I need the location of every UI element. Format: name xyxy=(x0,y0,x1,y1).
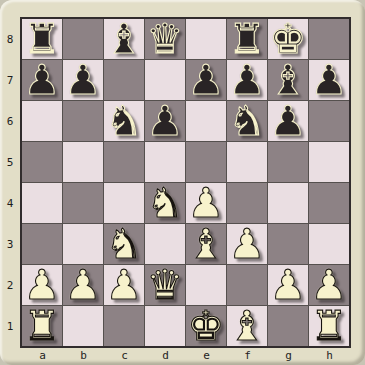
square-h8[interactable] xyxy=(309,19,349,59)
square-g1[interactable] xyxy=(268,306,308,346)
black-pawn-d6[interactable]: ♟ xyxy=(145,101,185,141)
black-knight-f6[interactable]: ♞ xyxy=(227,101,267,141)
rank-label-1: 1 xyxy=(0,306,20,347)
white-rook-h1[interactable]: ♜ xyxy=(309,306,349,346)
square-c3[interactable]: ♞ xyxy=(104,224,144,264)
file-label-d: d xyxy=(145,349,186,362)
square-a5[interactable] xyxy=(22,142,62,182)
rank-label-4: 4 xyxy=(0,183,20,224)
file-label-c: c xyxy=(104,349,145,362)
square-g4[interactable] xyxy=(268,183,308,223)
white-knight-d4[interactable]: ♞ xyxy=(145,183,185,223)
square-e8[interactable] xyxy=(186,19,226,59)
white-pawn-h2[interactable]: ♟ xyxy=(309,265,349,305)
square-f2[interactable] xyxy=(227,265,267,305)
white-pawn-f3[interactable]: ♟ xyxy=(227,224,267,264)
square-e3[interactable]: ♝ xyxy=(186,224,226,264)
square-c6[interactable]: ♞ xyxy=(104,101,144,141)
white-pawn-c2[interactable]: ♟ xyxy=(104,265,144,305)
square-d5[interactable] xyxy=(145,142,185,182)
square-a6[interactable] xyxy=(22,101,62,141)
black-pawn-f7[interactable]: ♟ xyxy=(227,60,267,100)
black-pawn-a7[interactable]: ♟ xyxy=(22,60,62,100)
square-f3[interactable]: ♟ xyxy=(227,224,267,264)
square-a7[interactable]: ♟ xyxy=(22,60,62,100)
square-e5[interactable] xyxy=(186,142,226,182)
file-label-f: f xyxy=(227,349,268,362)
board: ♜♝♛♜♚♟♟♟♟♝♟♞♟♞♟♞♟♞♝♟♟♟♟♛♟♟♜♚♝♜ xyxy=(20,17,351,348)
square-f7[interactable]: ♟ xyxy=(227,60,267,100)
rank-label-5: 5 xyxy=(0,142,20,183)
file-labels: abcdefgh xyxy=(22,349,350,362)
square-g7[interactable]: ♝ xyxy=(268,60,308,100)
file-label-h: h xyxy=(309,349,350,362)
white-pawn-g2[interactable]: ♟ xyxy=(268,265,308,305)
square-d6[interactable]: ♟ xyxy=(145,101,185,141)
square-b4[interactable] xyxy=(63,183,103,223)
black-bishop-g7[interactable]: ♝ xyxy=(268,60,308,100)
square-d2[interactable]: ♛ xyxy=(145,265,185,305)
black-pawn-e7[interactable]: ♟ xyxy=(186,60,226,100)
square-d3[interactable] xyxy=(145,224,185,264)
square-a3[interactable] xyxy=(22,224,62,264)
square-d4[interactable]: ♞ xyxy=(145,183,185,223)
file-label-e: e xyxy=(186,349,227,362)
black-queen-d8[interactable]: ♛ xyxy=(145,19,185,59)
square-c5[interactable] xyxy=(104,142,144,182)
rank-label-7: 7 xyxy=(0,60,20,101)
square-g5[interactable] xyxy=(268,142,308,182)
rank-labels: 87654321 xyxy=(0,19,20,347)
square-b1[interactable] xyxy=(63,306,103,346)
white-pawn-a2[interactable]: ♟ xyxy=(22,265,62,305)
black-bishop-c8[interactable]: ♝ xyxy=(104,19,144,59)
square-e1[interactable]: ♚ xyxy=(186,306,226,346)
square-e6[interactable] xyxy=(186,101,226,141)
square-f4[interactable] xyxy=(227,183,267,223)
white-knight-c3[interactable]: ♞ xyxy=(104,224,144,264)
file-label-b: b xyxy=(63,349,104,362)
square-c4[interactable] xyxy=(104,183,144,223)
square-b5[interactable] xyxy=(63,142,103,182)
black-rook-f8[interactable]: ♜ xyxy=(227,19,267,59)
square-c2[interactable]: ♟ xyxy=(104,265,144,305)
square-b3[interactable] xyxy=(63,224,103,264)
square-e4[interactable]: ♟ xyxy=(186,183,226,223)
black-pawn-h7[interactable]: ♟ xyxy=(309,60,349,100)
rank-label-6: 6 xyxy=(0,101,20,142)
white-pawn-b2[interactable]: ♟ xyxy=(63,265,103,305)
square-g8[interactable]: ♚ xyxy=(268,19,308,59)
square-e7[interactable]: ♟ xyxy=(186,60,226,100)
square-h6[interactable] xyxy=(309,101,349,141)
square-b7[interactable]: ♟ xyxy=(63,60,103,100)
square-a1[interactable]: ♜ xyxy=(22,306,62,346)
square-c1[interactable] xyxy=(104,306,144,346)
square-f5[interactable] xyxy=(227,142,267,182)
white-king-e1[interactable]: ♚ xyxy=(186,306,226,346)
square-a4[interactable] xyxy=(22,183,62,223)
file-label-g: g xyxy=(268,349,309,362)
file-label-a: a xyxy=(22,349,63,362)
square-a2[interactable]: ♟ xyxy=(22,265,62,305)
white-rook-a1[interactable]: ♜ xyxy=(22,306,62,346)
square-f6[interactable]: ♞ xyxy=(227,101,267,141)
white-bishop-e3[interactable]: ♝ xyxy=(186,224,226,264)
square-d7[interactable] xyxy=(145,60,185,100)
square-c8[interactable]: ♝ xyxy=(104,19,144,59)
rank-label-8: 8 xyxy=(0,19,20,60)
rank-label-2: 2 xyxy=(0,265,20,306)
square-h5[interactable] xyxy=(309,142,349,182)
square-e2[interactable] xyxy=(186,265,226,305)
square-h4[interactable] xyxy=(309,183,349,223)
square-f1[interactable]: ♝ xyxy=(227,306,267,346)
black-pawn-b7[interactable]: ♟ xyxy=(63,60,103,100)
chess-board-panel: 87654321 ♜♝♛♜♚♟♟♟♟♝♟♞♟♞♟♞♟♞♝♟♟♟♟♛♟♟♜♚♝♜ … xyxy=(0,0,365,365)
square-f8[interactable]: ♜ xyxy=(227,19,267,59)
square-c7[interactable] xyxy=(104,60,144,100)
black-king-g8[interactable]: ♚ xyxy=(268,19,308,59)
square-g2[interactable]: ♟ xyxy=(268,265,308,305)
square-g6[interactable]: ♟ xyxy=(268,101,308,141)
white-pawn-e4[interactable]: ♟ xyxy=(186,183,226,223)
white-queen-d2[interactable]: ♛ xyxy=(145,265,185,305)
square-b8[interactable] xyxy=(63,19,103,59)
square-h7[interactable]: ♟ xyxy=(309,60,349,100)
white-bishop-f1[interactable]: ♝ xyxy=(227,306,267,346)
black-knight-c6[interactable]: ♞ xyxy=(104,101,144,141)
square-h3[interactable] xyxy=(309,224,349,264)
rank-label-3: 3 xyxy=(0,224,20,265)
square-h2[interactable]: ♟ xyxy=(309,265,349,305)
square-a8[interactable]: ♜ xyxy=(22,19,62,59)
square-b6[interactable] xyxy=(63,101,103,141)
black-pawn-g6[interactable]: ♟ xyxy=(268,101,308,141)
square-b2[interactable]: ♟ xyxy=(63,265,103,305)
square-d1[interactable] xyxy=(145,306,185,346)
square-d8[interactable]: ♛ xyxy=(145,19,185,59)
black-rook-a8[interactable]: ♜ xyxy=(22,19,62,59)
square-h1[interactable]: ♜ xyxy=(309,306,349,346)
square-g3[interactable] xyxy=(268,224,308,264)
